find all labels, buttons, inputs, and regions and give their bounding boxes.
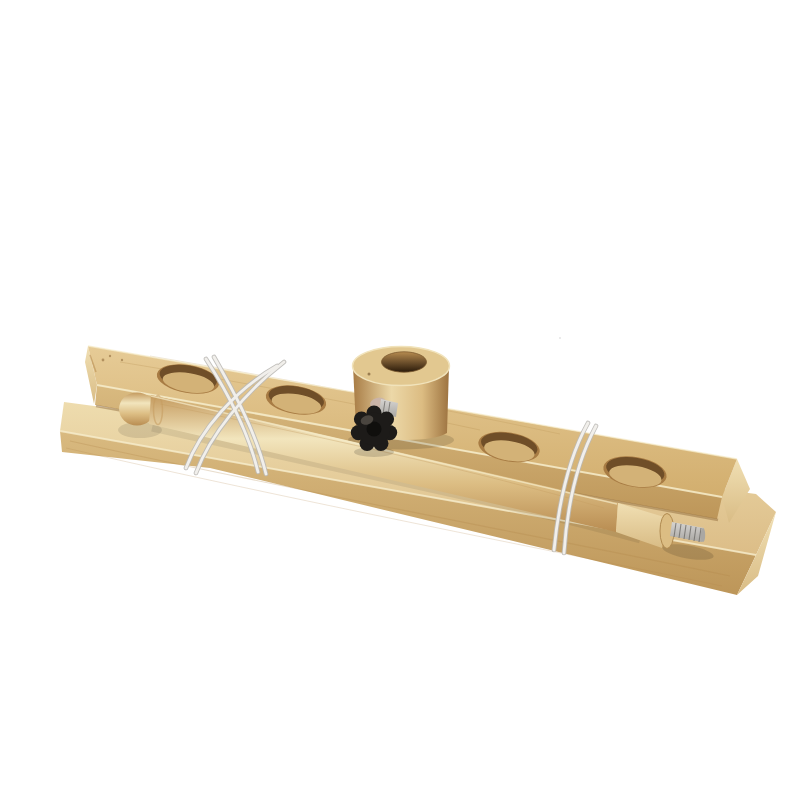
product-photo <box>0 0 800 800</box>
knob-cast-shadow <box>354 447 394 457</box>
wood-knot <box>102 359 105 362</box>
wood-knot <box>368 373 371 376</box>
stud-tip <box>701 528 705 542</box>
wood-knot <box>109 355 111 357</box>
dust-speck <box>559 337 561 339</box>
socket-bore-hole <box>382 352 427 372</box>
wood-knot <box>121 359 123 361</box>
